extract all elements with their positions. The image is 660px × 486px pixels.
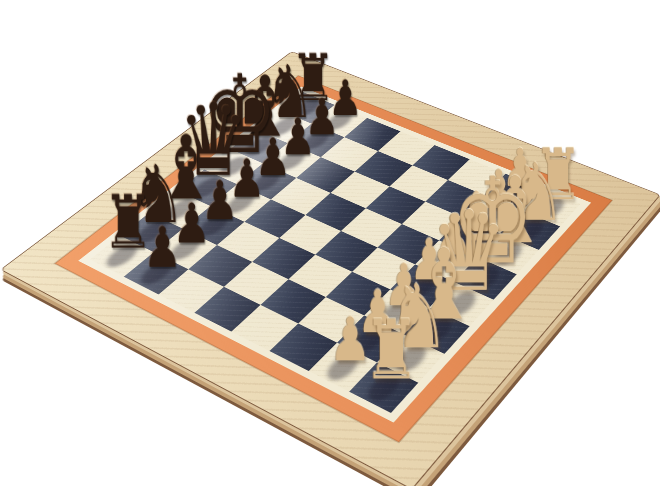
pawn-glyph: ♟ xyxy=(114,220,211,276)
wooden-frame: ♜♞♝♛♚♝♞♜♟♟♟♟♟♟♟♟♟♟♟♟♟♟♟♟♜♞♝♛♚♝♞♜ xyxy=(0,51,660,486)
chess-set-photo: ♜♞♝♛♚♝♞♜♟♟♟♟♟♟♟♟♟♟♟♟♟♟♟♟♜♞♝♛♚♝♞♜ xyxy=(0,0,660,486)
rook-glyph: ♜ xyxy=(338,309,444,391)
